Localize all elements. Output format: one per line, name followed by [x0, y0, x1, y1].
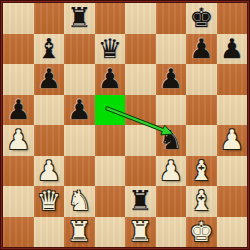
square-h5[interactable]: [217, 95, 248, 126]
square-f7[interactable]: [156, 34, 187, 65]
square-g4[interactable]: [186, 125, 217, 156]
square-e1[interactable]: ♜: [125, 217, 156, 248]
square-c7[interactable]: [64, 34, 95, 65]
square-f4[interactable]: ♞: [156, 125, 187, 156]
square-h7[interactable]: ♟: [217, 34, 248, 65]
square-d5[interactable]: [95, 95, 126, 126]
square-c1[interactable]: ♜: [64, 217, 95, 248]
square-c4[interactable]: [64, 125, 95, 156]
square-h1[interactable]: [217, 217, 248, 248]
square-g2[interactable]: ♝: [186, 186, 217, 217]
square-h4[interactable]: ♟: [217, 125, 248, 156]
square-e3[interactable]: [125, 156, 156, 187]
square-b2[interactable]: ♛: [34, 186, 65, 217]
square-g1[interactable]: ♚: [186, 217, 217, 248]
square-f1[interactable]: [156, 217, 187, 248]
square-g7[interactable]: ♟: [186, 34, 217, 65]
piece-black-bishop-b7[interactable]: ♝: [37, 34, 61, 65]
square-g8[interactable]: ♚: [186, 3, 217, 34]
piece-black-pawn-h7[interactable]: ♟: [220, 34, 244, 65]
piece-black-queen-d7[interactable]: ♛: [98, 34, 122, 65]
piece-white-queen-b2[interactable]: ♛: [37, 186, 61, 217]
piece-black-knight-f4[interactable]: ♞: [159, 125, 183, 156]
piece-white-pawn-f3[interactable]: ♟: [159, 156, 183, 187]
square-b8[interactable]: [34, 3, 65, 34]
square-f8[interactable]: [156, 3, 187, 34]
square-b6[interactable]: ♟: [34, 64, 65, 95]
piece-white-king-g1[interactable]: ♚: [189, 217, 213, 248]
square-a3[interactable]: [3, 156, 34, 187]
piece-black-pawn-a5[interactable]: ♟: [6, 95, 30, 126]
square-e7[interactable]: [125, 34, 156, 65]
square-e5[interactable]: [125, 95, 156, 126]
piece-black-rook-c8[interactable]: ♜: [67, 3, 91, 34]
piece-white-pawn-a4[interactable]: ♟: [6, 125, 30, 156]
square-g5[interactable]: [186, 95, 217, 126]
square-f3[interactable]: ♟: [156, 156, 187, 187]
square-c8[interactable]: ♜: [64, 3, 95, 34]
square-b3[interactable]: ♟: [34, 156, 65, 187]
square-c2[interactable]: ♞: [64, 186, 95, 217]
square-f2[interactable]: [156, 186, 187, 217]
piece-black-pawn-g7[interactable]: ♟: [189, 34, 213, 65]
piece-white-bishop-g2[interactable]: ♝: [189, 186, 213, 217]
piece-white-knight-c2[interactable]: ♞: [67, 186, 91, 217]
square-f5[interactable]: [156, 95, 187, 126]
piece-black-pawn-f6[interactable]: ♟: [159, 64, 183, 95]
square-d7[interactable]: ♛: [95, 34, 126, 65]
piece-white-pawn-h4[interactable]: ♟: [220, 125, 244, 156]
piece-black-pawn-b6[interactable]: ♟: [37, 64, 61, 95]
square-e6[interactable]: [125, 64, 156, 95]
square-c6[interactable]: [64, 64, 95, 95]
square-a1[interactable]: [3, 217, 34, 248]
square-g3[interactable]: ♝: [186, 156, 217, 187]
piece-white-rook-c1[interactable]: ♜: [67, 217, 91, 248]
square-b5[interactable]: [34, 95, 65, 126]
square-h8[interactable]: [217, 3, 248, 34]
piece-white-bishop-g3[interactable]: ♝: [189, 156, 213, 187]
piece-black-pawn-d6[interactable]: ♟: [98, 64, 122, 95]
square-f6[interactable]: ♟: [156, 64, 187, 95]
square-h3[interactable]: [217, 156, 248, 187]
piece-white-pawn-b3[interactable]: ♟: [37, 156, 61, 187]
square-g6[interactable]: [186, 64, 217, 95]
square-a7[interactable]: [3, 34, 34, 65]
square-b4[interactable]: [34, 125, 65, 156]
square-c5[interactable]: ♟: [64, 95, 95, 126]
square-h6[interactable]: [217, 64, 248, 95]
square-d3[interactable]: [95, 156, 126, 187]
square-e8[interactable]: [125, 3, 156, 34]
square-a8[interactable]: [3, 3, 34, 34]
square-d6[interactable]: ♟: [95, 64, 126, 95]
square-e4[interactable]: [125, 125, 156, 156]
square-d2[interactable]: [95, 186, 126, 217]
square-b1[interactable]: [34, 217, 65, 248]
square-e2[interactable]: ♜: [125, 186, 156, 217]
square-a2[interactable]: [3, 186, 34, 217]
piece-black-pawn-c5[interactable]: ♟: [67, 95, 91, 126]
square-a6[interactable]: [3, 64, 34, 95]
square-d8[interactable]: [95, 3, 126, 34]
square-h2[interactable]: [217, 186, 248, 217]
square-b7[interactable]: ♝: [34, 34, 65, 65]
square-d4[interactable]: [95, 125, 126, 156]
piece-black-king-g8[interactable]: ♚: [189, 3, 213, 34]
square-a4[interactable]: ♟: [3, 125, 34, 156]
piece-black-rook-e2[interactable]: ♜: [128, 186, 152, 217]
square-a5[interactable]: ♟: [3, 95, 34, 126]
chess-board-frame: ♜♚♝♛♟♟♟♟♟♟♟♟♞♟♟♟♝♛♞♜♝♜♜♚: [0, 0, 250, 250]
piece-white-rook-e1[interactable]: ♜: [128, 217, 152, 248]
square-c3[interactable]: [64, 156, 95, 187]
chess-board: ♜♚♝♛♟♟♟♟♟♟♟♟♞♟♟♟♝♛♞♜♝♜♜♚: [3, 3, 247, 247]
square-d1[interactable]: [95, 217, 126, 248]
